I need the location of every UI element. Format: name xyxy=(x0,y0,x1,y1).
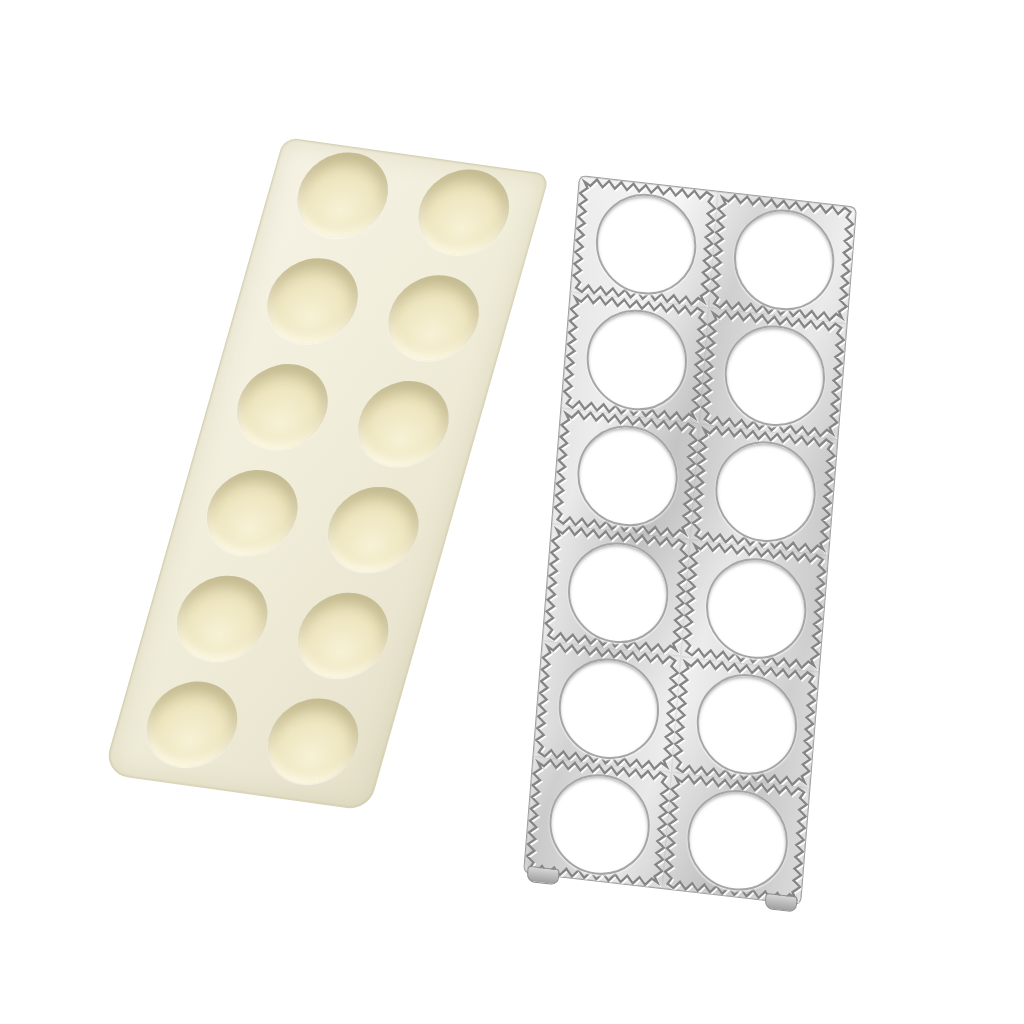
cutter-cell xyxy=(571,176,718,308)
mold-dimple xyxy=(348,375,459,472)
cutter-cell xyxy=(543,524,690,656)
plate-foot-left xyxy=(526,866,559,886)
cream-mold-base-tray xyxy=(103,137,550,811)
cutter-cell xyxy=(671,656,818,788)
plate-foot-right xyxy=(764,893,797,913)
mold-dimple xyxy=(287,147,398,244)
cutter-cell xyxy=(552,408,699,540)
metal-ravioli-cutter-plate xyxy=(523,175,857,905)
mold-dimple xyxy=(136,676,247,773)
mold-dimple xyxy=(408,164,519,261)
cutter-cell xyxy=(690,424,837,556)
mold-dimple xyxy=(257,693,368,790)
cutter-cell xyxy=(699,308,846,440)
cutter-cell xyxy=(681,540,828,672)
dimple-grid xyxy=(104,138,549,810)
mold-dimple xyxy=(166,570,277,667)
cutter-grid xyxy=(524,176,856,904)
product-photo xyxy=(0,0,1024,1024)
mold-dimple xyxy=(227,358,338,455)
mold-dimple xyxy=(257,253,368,350)
mold-dimple xyxy=(318,481,429,578)
cutter-cell xyxy=(709,192,856,324)
mold-dimple xyxy=(197,464,308,561)
cutter-cell xyxy=(662,772,809,904)
cutter-cell xyxy=(533,640,680,772)
mold-dimple xyxy=(378,270,489,367)
mold-dimple xyxy=(287,587,398,684)
cutter-cell xyxy=(561,292,708,424)
